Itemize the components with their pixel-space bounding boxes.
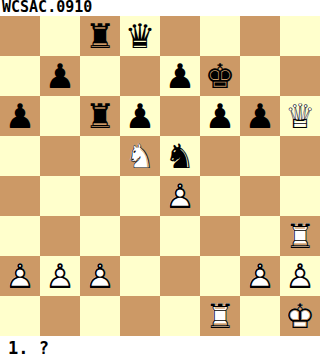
chess-board: ♜♛♟♟♚♟♜♟♟♟♛♕♞♘♞♟♙♜♖♟♙♟♙♟♙♟♙♟♙♜♖♚♔	[0, 16, 320, 336]
square-c7[interactable]	[80, 56, 120, 96]
square-a8[interactable]	[0, 16, 40, 56]
square-b1[interactable]	[40, 296, 80, 336]
square-b5[interactable]	[40, 136, 80, 176]
square-e1[interactable]	[160, 296, 200, 336]
black-king: ♚	[200, 56, 240, 96]
puzzle-id: WCSAC.0910	[0, 0, 320, 16]
square-b3[interactable]	[40, 216, 80, 256]
square-d1[interactable]	[120, 296, 160, 336]
white-pawn: ♙	[80, 256, 120, 296]
square-g4[interactable]	[240, 176, 280, 216]
square-h2[interactable]: ♟♙	[280, 256, 320, 296]
square-d2[interactable]	[120, 256, 160, 296]
black-knight: ♞	[160, 136, 200, 176]
square-d8[interactable]: ♛	[120, 16, 160, 56]
white-pawn: ♙	[160, 176, 200, 216]
square-f7[interactable]: ♚	[200, 56, 240, 96]
black-rook: ♜	[80, 16, 120, 56]
square-e3[interactable]	[160, 216, 200, 256]
square-h1[interactable]: ♚♔	[280, 296, 320, 336]
square-d6[interactable]: ♟	[120, 96, 160, 136]
white-queen: ♕	[280, 96, 320, 136]
square-e5[interactable]: ♞	[160, 136, 200, 176]
square-h6[interactable]: ♛♕	[280, 96, 320, 136]
square-d3[interactable]	[120, 216, 160, 256]
square-a4[interactable]	[0, 176, 40, 216]
square-g6[interactable]: ♟	[240, 96, 280, 136]
square-c4[interactable]	[80, 176, 120, 216]
square-g5[interactable]	[240, 136, 280, 176]
square-h3[interactable]: ♜♖	[280, 216, 320, 256]
square-f2[interactable]	[200, 256, 240, 296]
white-pawn: ♙	[240, 256, 280, 296]
square-e4[interactable]: ♟♙	[160, 176, 200, 216]
square-d5[interactable]: ♞♘	[120, 136, 160, 176]
square-a7[interactable]	[0, 56, 40, 96]
square-g1[interactable]	[240, 296, 280, 336]
square-b8[interactable]	[40, 16, 80, 56]
black-queen: ♛	[120, 16, 160, 56]
square-c6[interactable]: ♜	[80, 96, 120, 136]
square-a1[interactable]	[0, 296, 40, 336]
square-g2[interactable]: ♟♙	[240, 256, 280, 296]
square-e8[interactable]	[160, 16, 200, 56]
black-pawn: ♟	[0, 96, 40, 136]
square-g3[interactable]	[240, 216, 280, 256]
square-a5[interactable]	[0, 136, 40, 176]
square-h7[interactable]	[280, 56, 320, 96]
square-f5[interactable]	[200, 136, 240, 176]
square-d4[interactable]	[120, 176, 160, 216]
square-g8[interactable]	[240, 16, 280, 56]
black-pawn: ♟	[200, 96, 240, 136]
black-pawn: ♟	[40, 56, 80, 96]
square-b7[interactable]: ♟	[40, 56, 80, 96]
square-h5[interactable]	[280, 136, 320, 176]
square-c3[interactable]	[80, 216, 120, 256]
square-f1[interactable]: ♜♖	[200, 296, 240, 336]
square-e2[interactable]	[160, 256, 200, 296]
white-pawn: ♙	[40, 256, 80, 296]
white-rook: ♖	[280, 216, 320, 256]
square-a6[interactable]: ♟	[0, 96, 40, 136]
black-pawn: ♟	[240, 96, 280, 136]
white-knight: ♘	[120, 136, 160, 176]
black-rook: ♜	[80, 96, 120, 136]
square-h4[interactable]	[280, 176, 320, 216]
square-a2[interactable]: ♟♙	[0, 256, 40, 296]
white-king: ♔	[280, 296, 320, 336]
black-pawn: ♟	[160, 56, 200, 96]
chess-puzzle-window: WCSAC.0910 ♜♛♟♟♚♟♜♟♟♟♛♕♞♘♞♟♙♜♖♟♙♟♙♟♙♟♙♟♙…	[0, 0, 320, 360]
black-pawn: ♟	[120, 96, 160, 136]
square-c2[interactable]: ♟♙	[80, 256, 120, 296]
square-f8[interactable]	[200, 16, 240, 56]
square-c1[interactable]	[80, 296, 120, 336]
square-f3[interactable]	[200, 216, 240, 256]
white-rook: ♖	[200, 296, 240, 336]
white-pawn: ♙	[0, 256, 40, 296]
square-f6[interactable]: ♟	[200, 96, 240, 136]
square-g7[interactable]	[240, 56, 280, 96]
square-b2[interactable]: ♟♙	[40, 256, 80, 296]
square-b6[interactable]	[40, 96, 80, 136]
square-h8[interactable]	[280, 16, 320, 56]
square-c5[interactable]	[80, 136, 120, 176]
square-f4[interactable]	[200, 176, 240, 216]
square-c8[interactable]: ♜	[80, 16, 120, 56]
square-a3[interactable]	[0, 216, 40, 256]
square-e6[interactable]	[160, 96, 200, 136]
square-b4[interactable]	[40, 176, 80, 216]
white-pawn: ♙	[280, 256, 320, 296]
move-prompt: 1. ?	[0, 336, 320, 360]
square-e7[interactable]: ♟	[160, 56, 200, 96]
square-d7[interactable]	[120, 56, 160, 96]
